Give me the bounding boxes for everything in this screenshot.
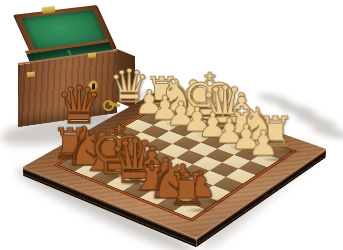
board-3d: ♜♞♝♚♛♝♞♜♟♟♟♟♟♟♟♟♟♟♟♟♟♟♟♟♜♞♝♚♛♝♞♜: [23, 90, 326, 238]
piece-black-rook[interactable]: ♜: [144, 167, 229, 212]
product-photo-scene: ♛ ♛ ♜♞♝♚♛♝♞♜♟♟♟♟♟♟♟♟♟♟♟♟♟♟♟♟♜♞♝♚♛♝♞♜: [0, 0, 343, 250]
board-perspective-wrap: ♜♞♝♚♛♝♞♜♟♟♟♟♟♟♟♟♟♟♟♟♟♟♟♟♜♞♝♚♛♝♞♜: [68, 50, 284, 250]
piece-white-pawn[interactable]: ♟: [223, 126, 303, 161]
